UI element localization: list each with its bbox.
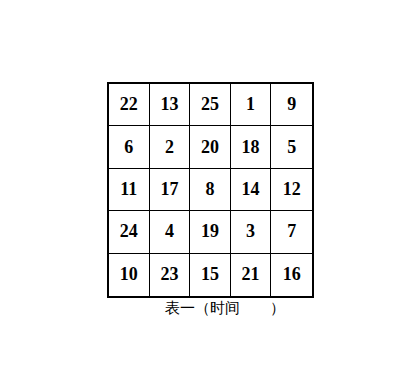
grid-cell-r4c4: 3	[231, 211, 272, 253]
grid-cell-r3c5: 12	[271, 169, 312, 211]
grid-cell-r4c5: 7	[271, 211, 312, 253]
grid-cell-r5c4: 21	[231, 254, 272, 296]
grid-cell-r3c4: 14	[231, 169, 272, 211]
schulte-grid: 22 13 25 1 9 6 2 20 18 5 11 17 8 14 12 2…	[107, 82, 314, 298]
grid-cell-r1c3: 25	[190, 84, 231, 126]
grid-cell-r1c2: 13	[150, 84, 191, 126]
grid-cell-r2c1: 6	[109, 126, 150, 168]
grid-cell-r2c3: 20	[190, 126, 231, 168]
grid-cell-r2c4: 18	[231, 126, 272, 168]
grid-cell-r2c2: 2	[150, 126, 191, 168]
grid-cell-r1c1: 22	[109, 84, 150, 126]
grid-cell-r1c5: 9	[271, 84, 312, 126]
grid-cell-r4c2: 4	[150, 211, 191, 253]
grid-cell-r5c5: 16	[271, 254, 312, 296]
grid-cell-r3c1: 11	[109, 169, 150, 211]
grid-cell-r3c3: 8	[190, 169, 231, 211]
grid-cell-r2c5: 5	[271, 126, 312, 168]
grid-cell-r3c2: 17	[150, 169, 191, 211]
grid-cell-r4c3: 19	[190, 211, 231, 253]
grid-cell-r5c3: 15	[190, 254, 231, 296]
grid-cell-r5c1: 10	[109, 254, 150, 296]
grid-cell-r5c2: 23	[150, 254, 191, 296]
grid-cell-r1c4: 1	[231, 84, 272, 126]
grid-cell-r4c1: 24	[109, 211, 150, 253]
table-caption: 表一（时间 ）	[107, 299, 343, 317]
worksheet-page: 22 13 25 1 9 6 2 20 18 5 11 17 8 14 12 2…	[0, 0, 412, 381]
